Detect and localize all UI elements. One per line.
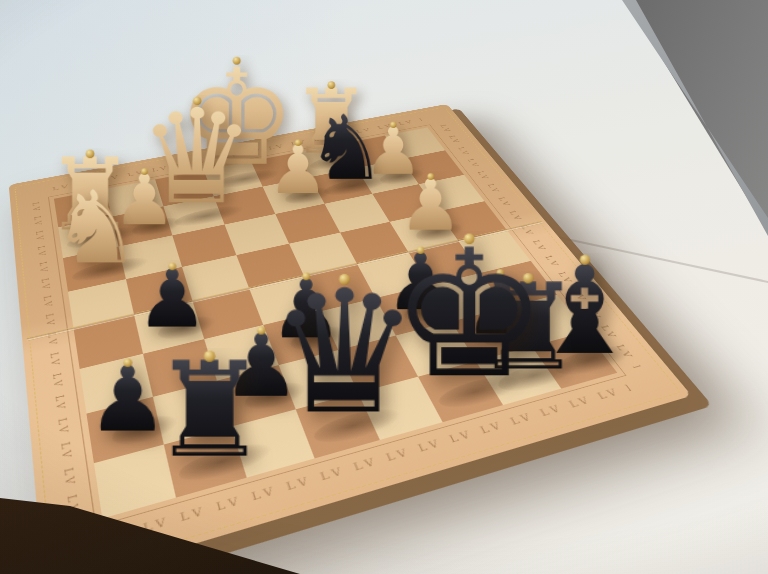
piece-black-rook[interactable]: ♜ bbox=[121, 348, 298, 480]
photo-scene: LV LV LV LV LV LV LV LV LV LV LV LV LV L… bbox=[0, 0, 768, 574]
